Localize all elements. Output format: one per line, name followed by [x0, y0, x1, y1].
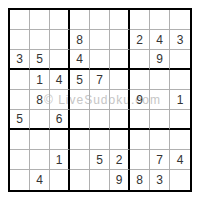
given-digit: 5 — [16, 113, 23, 125]
cell-r4c2[interactable]: 1 — [30, 70, 50, 90]
given-digit: 1 — [36, 74, 43, 86]
cell-r6c4[interactable] — [70, 110, 90, 130]
cell-r4c5[interactable]: 7 — [90, 70, 110, 90]
cell-r2c4[interactable]: 8 — [70, 30, 90, 50]
given-digit: 5 — [36, 53, 43, 65]
cell-r7c4[interactable] — [70, 130, 90, 150]
cell-r6c7[interactable] — [130, 110, 150, 130]
given-digit: 9 — [136, 94, 143, 106]
cell-r3c6[interactable] — [110, 50, 130, 70]
given-digit: 4 — [76, 53, 83, 65]
cell-r1c7[interactable] — [130, 10, 150, 30]
cell-r1c8[interactable] — [150, 10, 170, 30]
cell-r5c1[interactable] — [10, 90, 30, 110]
given-digit: 5 — [96, 154, 103, 166]
cell-r6c9[interactable] — [170, 110, 190, 130]
cell-r9c6[interactable]: 9 — [110, 170, 130, 190]
cell-r6c2[interactable] — [30, 110, 50, 130]
cell-r4c8[interactable] — [150, 70, 170, 90]
given-digit: 8 — [76, 34, 83, 46]
cell-r4c1[interactable] — [10, 70, 30, 90]
cell-r5c7[interactable]: 9 — [130, 90, 150, 110]
cell-r9c5[interactable] — [90, 170, 110, 190]
cell-r9c4[interactable] — [70, 170, 90, 190]
sudoku-puzzle: © LiveSudoku.com 82433549145789156152744… — [0, 0, 200, 200]
cell-r7c2[interactable] — [30, 130, 50, 150]
given-digit: 3 — [16, 53, 23, 65]
cell-r5c5[interactable] — [90, 90, 110, 110]
cell-r8c9[interactable]: 4 — [170, 150, 190, 170]
cell-r3c8[interactable]: 9 — [150, 50, 170, 70]
cell-r5c2[interactable]: 8 — [30, 90, 50, 110]
cell-r3c7[interactable] — [130, 50, 150, 70]
cell-r8c5[interactable]: 5 — [90, 150, 110, 170]
given-digit: 1 — [177, 94, 184, 106]
given-digit: 7 — [96, 74, 103, 86]
cell-r4c9[interactable] — [170, 70, 190, 90]
cell-r3c4[interactable]: 4 — [70, 50, 90, 70]
cell-r6c8[interactable] — [150, 110, 170, 130]
cell-r8c6[interactable]: 2 — [110, 150, 130, 170]
sudoku-board: 82433549145789156152744983 — [8, 8, 192, 192]
cell-r5c9[interactable]: 1 — [170, 90, 190, 110]
cell-r5c8[interactable] — [150, 90, 170, 110]
given-digit: 4 — [56, 74, 63, 86]
given-digit: 4 — [156, 34, 163, 46]
cell-r7c3[interactable] — [50, 130, 70, 150]
cell-r2c7[interactable]: 2 — [130, 30, 150, 50]
given-digit: 8 — [36, 94, 43, 106]
cell-r2c1[interactable] — [10, 30, 30, 50]
cell-r6c5[interactable] — [90, 110, 110, 130]
cell-r5c4[interactable] — [70, 90, 90, 110]
cell-r1c1[interactable] — [10, 10, 30, 30]
given-digit: 4 — [177, 154, 184, 166]
cell-r9c8[interactable]: 3 — [150, 170, 170, 190]
cell-r1c3[interactable] — [50, 10, 70, 30]
cell-r9c7[interactable]: 8 — [130, 170, 150, 190]
cell-r7c6[interactable] — [110, 130, 130, 150]
cell-r4c7[interactable] — [130, 70, 150, 90]
cell-r7c8[interactable] — [150, 130, 170, 150]
cell-r6c3[interactable]: 6 — [50, 110, 70, 130]
given-digit: 7 — [156, 154, 163, 166]
cell-r3c5[interactable] — [90, 50, 110, 70]
given-digit: 1 — [56, 154, 63, 166]
cell-r4c4[interactable]: 5 — [70, 70, 90, 90]
given-digit: 5 — [76, 74, 83, 86]
cell-r9c1[interactable] — [10, 170, 30, 190]
cell-r8c2[interactable] — [30, 150, 50, 170]
given-digit: 2 — [136, 34, 143, 46]
cell-r7c5[interactable] — [90, 130, 110, 150]
cell-r8c1[interactable] — [10, 150, 30, 170]
cell-r1c2[interactable] — [30, 10, 50, 30]
cell-r3c2[interactable]: 5 — [30, 50, 50, 70]
cell-r2c6[interactable] — [110, 30, 130, 50]
given-digit: 3 — [177, 34, 184, 46]
cell-r1c9[interactable] — [170, 10, 190, 30]
cell-r1c4[interactable] — [70, 10, 90, 30]
cell-r2c8[interactable]: 4 — [150, 30, 170, 50]
cell-r8c7[interactable] — [130, 150, 150, 170]
cell-r2c3[interactable] — [50, 30, 70, 50]
given-digit: 2 — [116, 154, 123, 166]
cell-r6c6[interactable] — [110, 110, 130, 130]
given-digit: 6 — [56, 113, 63, 125]
cell-r3c3[interactable] — [50, 50, 70, 70]
given-digit: 4 — [36, 174, 43, 186]
cell-r2c2[interactable] — [30, 30, 50, 50]
cell-r5c3[interactable] — [50, 90, 70, 110]
cell-r2c9[interactable]: 3 — [170, 30, 190, 50]
cell-r6c1[interactable]: 5 — [10, 110, 30, 130]
cell-r2c5[interactable] — [90, 30, 110, 50]
given-digit: 9 — [156, 53, 163, 65]
given-digit: 3 — [156, 174, 163, 186]
cell-r7c9[interactable] — [170, 130, 190, 150]
cell-r9c2[interactable]: 4 — [30, 170, 50, 190]
cell-r3c1[interactable]: 3 — [10, 50, 30, 70]
cell-r8c4[interactable] — [70, 150, 90, 170]
cell-r1c5[interactable] — [90, 10, 110, 30]
cell-r7c7[interactable] — [130, 130, 150, 150]
cell-r9c9[interactable] — [170, 170, 190, 190]
given-digit: 8 — [136, 174, 143, 186]
cell-r5c6[interactable] — [110, 90, 130, 110]
cell-r8c3[interactable]: 1 — [50, 150, 70, 170]
cell-r7c1[interactable] — [10, 130, 30, 150]
cell-r8c8[interactable]: 7 — [150, 150, 170, 170]
given-digit: 9 — [116, 174, 123, 186]
cell-r1c6[interactable] — [110, 10, 130, 30]
cell-r9c3[interactable] — [50, 170, 70, 190]
cell-r4c3[interactable]: 4 — [50, 70, 70, 90]
cell-r4c6[interactable] — [110, 70, 130, 90]
cell-r3c9[interactable] — [170, 50, 190, 70]
